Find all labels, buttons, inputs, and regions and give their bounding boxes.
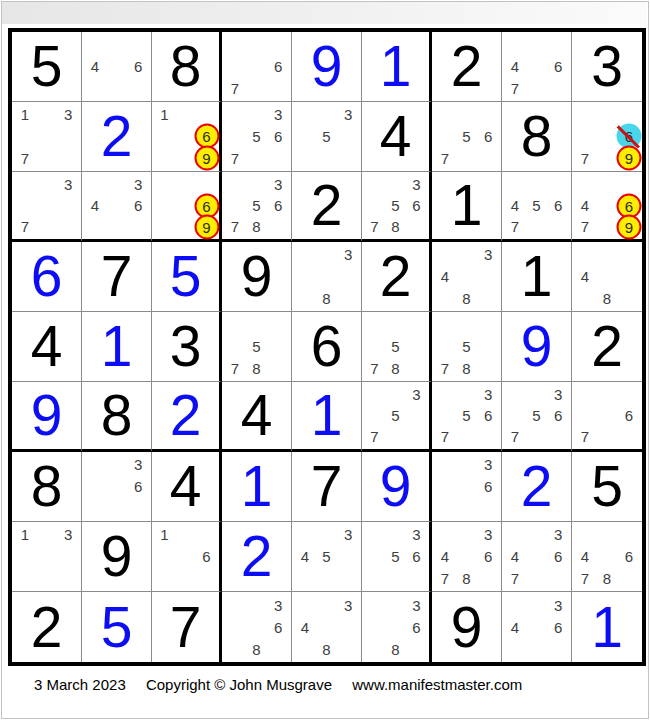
footer-website: www.manifestmaster.com [352,676,522,693]
cell-r9c8[interactable]: 346 [502,592,572,662]
cell-value-given: 5 [591,458,623,515]
cell-value-given: 8 [31,458,63,515]
cell-r6c1[interactable]: 9 [12,382,82,452]
cell-r4c5[interactable]: 38 [292,242,362,312]
candidate-7: 7 [231,361,239,376]
candidate-8: 8 [462,571,470,586]
cell-value-solved: 1 [380,38,412,95]
cell-r3c5[interactable]: 2 [292,172,362,242]
cell-value-given: 4 [380,108,412,165]
candidate-5: 5 [322,129,330,144]
candidate-6: 6 [412,198,420,213]
cell-r2c9[interactable]: 679 [572,102,642,172]
candidate-7: 7 [370,219,378,234]
cell-value-solved: 9 [311,38,343,95]
candidate-3: 3 [274,177,282,192]
candidate-6: 6 [625,408,633,423]
cell-r9c7[interactable]: 9 [432,592,502,662]
candidate-7: 7 [231,219,239,234]
cell-value-given: 1 [451,177,483,234]
candidate-5: 5 [391,408,399,423]
candidate-7: 7 [370,361,378,376]
candidate-7: 7 [441,151,449,166]
candidate-3: 3 [412,527,420,542]
cell-r5c7[interactable]: 578 [432,312,502,382]
candidate-5: 5 [252,198,260,213]
cell-r9c1[interactable]: 2 [12,592,82,662]
cell-r2c1[interactable]: 137 [12,102,82,172]
cell-r1c1[interactable]: 5 [12,32,82,102]
cell-r7c3[interactable]: 4 [152,452,222,522]
candidate-3: 3 [554,387,562,402]
cell-r8c5[interactable]: 345 [292,522,362,592]
candidate-1: 1 [21,527,29,542]
candidate-7: 7 [370,429,378,444]
cell-r6c9[interactable]: 67 [572,382,642,452]
cell-r2c3[interactable]: 169 [152,102,222,172]
cell-value-solved: 1 [591,599,623,656]
cell-r6c5[interactable]: 1 [292,382,362,452]
cell-r1c5[interactable]: 9 [292,32,362,102]
candidate-6: 6 [484,408,492,423]
cell-r6c7[interactable]: 3567 [432,382,502,452]
cell-value-solved: 1 [101,318,133,375]
candidate-7: 7 [441,571,449,586]
cell-r7c6[interactable]: 9 [362,452,432,522]
cell-value-solved: 9 [380,458,412,515]
candidate-7: 7 [581,219,589,234]
cell-value-given: 7 [170,599,202,656]
candidate-1: 1 [21,107,29,122]
candidate-3: 3 [554,527,562,542]
cell-r5c5[interactable]: 6 [292,312,362,382]
candidate-3: 3 [484,527,492,542]
cell-r9c2[interactable]: 5 [82,592,152,662]
cell-r1c7[interactable]: 2 [432,32,502,102]
cell-value-solved: 2 [521,458,553,515]
candidate-3: 3 [484,457,492,472]
candidate-6: 6 [202,549,210,564]
cell-r7c1[interactable]: 8 [12,452,82,522]
cell-r7c9[interactable]: 5 [572,452,642,522]
candidate-6: 6 [412,549,420,564]
cell-r7c7[interactable]: 36 [432,452,502,522]
candidate-1: 1 [160,527,168,542]
cell-value-solved: 9 [31,387,63,444]
cell-value-given: 4 [241,387,273,444]
cell-r5c4[interactable]: 578 [222,312,292,382]
cell-r5c1[interactable]: 4 [12,312,82,382]
candidate-5: 5 [391,339,399,354]
candidate-6: 6 [554,620,562,635]
candidate-4: 4 [441,549,449,564]
cell-value-given: 8 [101,387,133,444]
cell-r1c8[interactable]: 467 [502,32,572,102]
cell-r2c7[interactable]: 567 [432,102,502,172]
cell-r5c9[interactable]: 2 [572,312,642,382]
candidate-5: 5 [462,339,470,354]
cell-r6c3[interactable]: 2 [152,382,222,452]
candidate-7: 7 [511,81,519,96]
cell-value-given: 7 [101,248,133,305]
candidate-7: 7 [511,219,519,234]
cell-r4c8[interactable]: 1 [502,242,572,312]
cell-r4c2[interactable]: 7 [82,242,152,312]
candidate-7: 7 [511,429,519,444]
cell-r5c2[interactable]: 1 [82,312,152,382]
sudoku-board: 5468679124673137216935673545678679373466… [8,28,646,666]
cell-value-given: 3 [591,38,623,95]
cell-r6c2[interactable]: 8 [82,382,152,452]
cell-r8c9[interactable]: 4678 [572,522,642,592]
cell-value-given: 3 [170,318,202,375]
candidate-6: 6 [484,479,492,494]
candidate-3: 3 [344,598,352,613]
cell-r9c4[interactable]: 368 [222,592,292,662]
candidate-6: 6 [484,549,492,564]
candidate-4: 4 [511,59,519,74]
cell-r4c6[interactable]: 2 [362,242,432,312]
candidate-8: 8 [252,642,260,657]
footer: 3 March 2023 Copyright © John Musgrave w… [34,676,522,693]
cell-r3c6[interactable]: 35678 [362,172,432,242]
candidate-7: 7 [441,361,449,376]
cell-value-given: 2 [311,177,343,234]
candidate-3: 3 [64,107,72,122]
candidate-8: 8 [322,291,330,306]
candidate-8: 8 [603,571,611,586]
candidate-7: 7 [511,571,519,586]
cell-r3c8[interactable]: 4567 [502,172,572,242]
candidate-6: 6 [554,549,562,564]
cell-r8c6[interactable]: 356 [362,522,432,592]
candidate-6: 6 [412,620,420,635]
candidate-4: 4 [91,198,99,213]
candidate-7: 7 [581,151,589,166]
footer-date: 3 March 2023 [34,676,126,693]
candidate-6: 6 [274,198,282,213]
candidate-4: 4 [441,269,449,284]
candidate-3: 3 [274,598,282,613]
candidate-8: 8 [322,642,330,657]
cell-r5c3[interactable]: 3 [152,312,222,382]
candidate-4: 4 [511,620,519,635]
candidate-5: 5 [462,129,470,144]
candidate-8: 8 [391,361,399,376]
cell-r6c6[interactable]: 357 [362,382,432,452]
candidate-8: 8 [391,642,399,657]
candidate-6: 6 [134,479,142,494]
cell-r3c3[interactable]: 69 [152,172,222,242]
cell-r1c2[interactable]: 46 [82,32,152,102]
candidate-1: 1 [160,107,168,122]
cell-value-solved: 5 [101,599,133,656]
candidate-7: 7 [21,219,29,234]
cell-r7c8[interactable]: 2 [502,452,572,522]
candidate-6: 6 [625,549,633,564]
candidate-3: 3 [484,387,492,402]
candidate-4: 4 [301,620,309,635]
candidate-7: 7 [231,151,239,166]
cell-r2c6[interactable]: 4 [362,102,432,172]
cell-value-given: 4 [31,318,63,375]
candidate-3: 3 [344,107,352,122]
candidate-9-highlighted: 9 [617,146,642,171]
cell-r4c4[interactable]: 9 [222,242,292,312]
candidate-4: 4 [511,549,519,564]
candidate-5: 5 [391,198,399,213]
candidate-8: 8 [252,219,260,234]
candidate-7: 7 [581,571,589,586]
cell-r3c7[interactable]: 1 [432,172,502,242]
cell-r5c8[interactable]: 9 [502,312,572,382]
cell-value-given: 7 [311,458,343,515]
candidate-8: 8 [462,361,470,376]
candidate-3: 3 [64,527,72,542]
candidate-7: 7 [231,81,239,96]
cell-r4c9[interactable]: 48 [572,242,642,312]
cell-r9c9[interactable]: 1 [572,592,642,662]
cell-value-given: 4 [170,458,202,515]
candidate-9-highlighted: 9 [194,214,219,239]
cell-value-solved: 1 [241,458,273,515]
cell-value-solved: 2 [170,387,202,444]
cell-r2c4[interactable]: 3567 [222,102,292,172]
cell-r1c3[interactable]: 8 [152,32,222,102]
candidate-5: 5 [252,129,260,144]
cell-value-solved: 5 [170,248,202,305]
cell-r9c5[interactable]: 348 [292,592,362,662]
candidate-7: 7 [441,429,449,444]
cell-value-given: 8 [521,108,553,165]
cell-r6c4[interactable]: 4 [222,382,292,452]
candidate-3: 3 [344,247,352,262]
candidate-5: 5 [252,339,260,354]
cell-value-given: 2 [31,599,63,656]
cell-r4c1[interactable]: 6 [12,242,82,312]
candidate-3: 3 [412,177,420,192]
cell-r1c4[interactable]: 67 [222,32,292,102]
footer-copyright: Copyright © John Musgrave [146,676,332,693]
cell-r7c5[interactable]: 7 [292,452,362,522]
cell-value-solved: 2 [101,108,133,165]
cell-r4c7[interactable]: 348 [432,242,502,312]
cell-r4c3[interactable]: 5 [152,242,222,312]
candidate-6: 6 [554,198,562,213]
cell-r2c5[interactable]: 35 [292,102,362,172]
cell-r7c4[interactable]: 1 [222,452,292,522]
candidate-8: 8 [391,219,399,234]
cell-r1c9[interactable]: 3 [572,32,642,102]
cell-r8c8[interactable]: 3467 [502,522,572,592]
cell-r9c3[interactable]: 7 [152,592,222,662]
candidate-5: 5 [532,198,540,213]
candidate-6: 6 [274,129,282,144]
cell-r2c8[interactable]: 8 [502,102,572,172]
candidate-3: 3 [554,598,562,613]
cell-r8c7[interactable]: 34678 [432,522,502,592]
cell-value-solved: 6 [31,248,63,305]
candidate-6: 6 [274,59,282,74]
cell-r3c4[interactable]: 35678 [222,172,292,242]
cell-r8c4[interactable]: 2 [222,522,292,592]
candidate-3: 3 [274,107,282,122]
cell-r8c1[interactable]: 13 [12,522,82,592]
cell-r8c2[interactable]: 9 [82,522,152,592]
candidate-5: 5 [322,549,330,564]
cell-r8c3[interactable]: 16 [152,522,222,592]
candidate-9-highlighted: 9 [617,214,642,239]
candidate-4: 4 [581,198,589,213]
cell-value-given: 2 [591,318,623,375]
cell-value-given: 1 [521,248,553,305]
candidate-9-highlighted: 9 [194,146,219,171]
cell-value-given: 8 [170,38,202,95]
candidate-5: 5 [391,549,399,564]
cell-r3c1[interactable]: 37 [12,172,82,242]
cell-value-given: 9 [451,599,483,656]
candidate-8: 8 [603,291,611,306]
cell-value-given: 2 [380,248,412,305]
cell-value-given: 6 [311,318,343,375]
cell-r2c2[interactable]: 2 [82,102,152,172]
candidate-4: 4 [301,549,309,564]
candidate-6: 6 [484,129,492,144]
cell-value-given: 5 [31,38,63,95]
candidate-7: 7 [581,429,589,444]
candidate-6: 6 [274,620,282,635]
cell-r3c2[interactable]: 346 [82,172,152,242]
cell-value-given: 9 [241,248,273,305]
candidate-6: 6 [554,59,562,74]
candidate-6: 6 [134,198,142,213]
cell-value-given: 9 [101,528,133,585]
cell-r6c8[interactable]: 3567 [502,382,572,452]
candidate-3: 3 [64,177,72,192]
cell-value-solved: 9 [521,318,553,375]
candidate-5: 5 [532,408,540,423]
cell-value-solved: 2 [241,528,273,585]
candidate-7: 7 [21,151,29,166]
candidate-3: 3 [134,177,142,192]
window-titlebar [2,2,647,24]
cell-r1c6[interactable]: 1 [362,32,432,102]
candidate-5: 5 [462,408,470,423]
candidate-4: 4 [91,59,99,74]
candidate-8: 8 [252,361,260,376]
candidate-8: 8 [462,291,470,306]
candidate-4: 4 [581,549,589,564]
cell-r5c6[interactable]: 578 [362,312,432,382]
candidate-6: 6 [134,59,142,74]
cell-value-given: 2 [451,38,483,95]
cell-r9c6[interactable]: 368 [362,592,432,662]
candidate-3: 3 [344,527,352,542]
candidate-4: 4 [581,269,589,284]
cell-value-solved: 1 [311,387,343,444]
candidate-3: 3 [134,457,142,472]
cell-r3c9[interactable]: 4679 [572,172,642,242]
candidate-3: 3 [412,387,420,402]
candidate-3: 3 [484,247,492,262]
candidate-6: 6 [554,408,562,423]
cell-r7c2[interactable]: 36 [82,452,152,522]
candidate-3: 3 [412,598,420,613]
candidate-4: 4 [511,198,519,213]
